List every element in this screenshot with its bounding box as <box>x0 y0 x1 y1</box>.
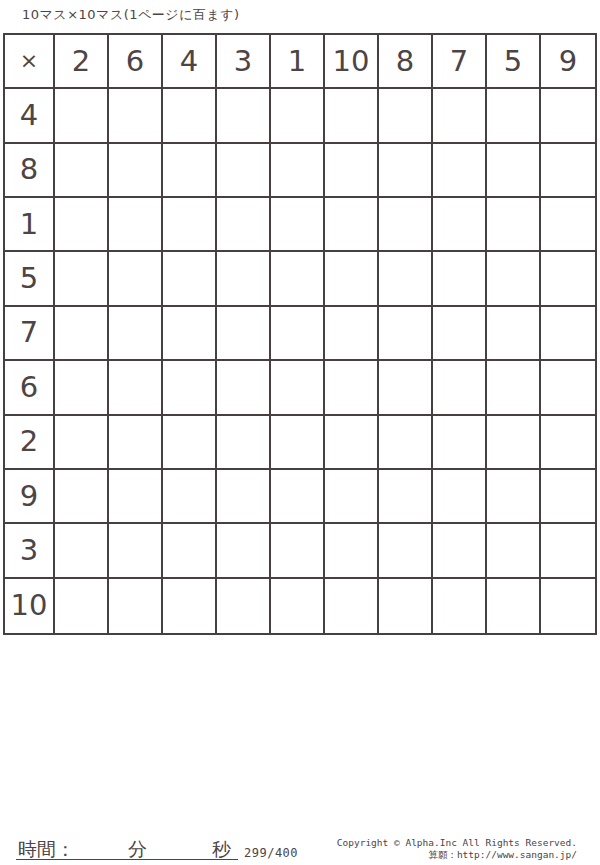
answer-cell-r4-c4[interactable] <box>217 252 271 306</box>
row-header-1: 1 <box>5 198 55 252</box>
answer-cell-r4-c7[interactable] <box>379 252 433 306</box>
answer-cell-r9-c2[interactable] <box>109 524 163 578</box>
col-header-7: 7 <box>433 35 487 89</box>
answer-cell-r6-c2[interactable] <box>109 361 163 415</box>
page-title: 10マス×10マス(1ページに百ます) <box>22 6 240 24</box>
answer-cell-r5-c6[interactable] <box>325 307 379 361</box>
answer-cell-r3-c4[interactable] <box>217 198 271 252</box>
answer-cell-r9-c7[interactable] <box>379 524 433 578</box>
answer-cell-r1-c1[interactable] <box>55 89 109 143</box>
answer-cell-r2-c4[interactable] <box>217 144 271 198</box>
answer-cell-r1-c5[interactable] <box>271 89 325 143</box>
answer-cell-r2-c1[interactable] <box>55 144 109 198</box>
answer-cell-r10-c10[interactable] <box>541 579 595 633</box>
answer-cell-r4-c8[interactable] <box>433 252 487 306</box>
answer-cell-r7-c6[interactable] <box>325 416 379 470</box>
answer-cell-r10-c1[interactable] <box>55 579 109 633</box>
col-header-3: 3 <box>217 35 271 89</box>
answer-cell-r9-c9[interactable] <box>487 524 541 578</box>
row-header-8: 8 <box>5 144 55 198</box>
row-header-2: 2 <box>5 416 55 470</box>
col-header-9: 9 <box>541 35 595 89</box>
answer-cell-r7-c1[interactable] <box>55 416 109 470</box>
col-header-8: 8 <box>379 35 433 89</box>
answer-cell-r5-c2[interactable] <box>109 307 163 361</box>
answer-cell-r1-c7[interactable] <box>379 89 433 143</box>
operator-cell: × <box>5 35 55 89</box>
answer-cell-r5-c5[interactable] <box>271 307 325 361</box>
answer-cell-r1-c10[interactable] <box>541 89 595 143</box>
answer-cell-r1-c9[interactable] <box>487 89 541 143</box>
answer-cell-r5-c10[interactable] <box>541 307 595 361</box>
answer-cell-r6-c8[interactable] <box>433 361 487 415</box>
answer-cell-r8-c5[interactable] <box>271 470 325 524</box>
col-header-2: 2 <box>55 35 109 89</box>
answer-cell-r8-c8[interactable] <box>433 470 487 524</box>
answer-cell-r2-c5[interactable] <box>271 144 325 198</box>
answer-cell-r7-c2[interactable] <box>109 416 163 470</box>
answer-cell-r2-c9[interactable] <box>487 144 541 198</box>
answer-cell-r7-c4[interactable] <box>217 416 271 470</box>
answer-cell-r10-c8[interactable] <box>433 579 487 633</box>
answer-cell-r3-c2[interactable] <box>109 198 163 252</box>
answer-cell-r10-c5[interactable] <box>271 579 325 633</box>
row-header-7: 7 <box>5 307 55 361</box>
answer-cell-r8-c7[interactable] <box>379 470 433 524</box>
answer-cell-r6-c10[interactable] <box>541 361 595 415</box>
seconds-label: 秒 <box>212 837 231 863</box>
answer-cell-r10-c2[interactable] <box>109 579 163 633</box>
answer-cell-r9-c5[interactable] <box>271 524 325 578</box>
answer-cell-r8-c10[interactable] <box>541 470 595 524</box>
answer-cell-r4-c5[interactable] <box>271 252 325 306</box>
answer-cell-r3-c10[interactable] <box>541 198 595 252</box>
copyright-line: Copyright © Alpha.Inc All Rights Reserve… <box>337 837 577 849</box>
answer-cell-r4-c3[interactable] <box>163 252 217 306</box>
answer-cell-r2-c6[interactable] <box>325 144 379 198</box>
answer-cell-r5-c9[interactable] <box>487 307 541 361</box>
minutes-label: 分 <box>128 837 147 863</box>
answer-cell-r3-c6[interactable] <box>325 198 379 252</box>
answer-cell-r10-c6[interactable] <box>325 579 379 633</box>
answer-cell-r8-c3[interactable] <box>163 470 217 524</box>
answer-cell-r4-c2[interactable] <box>109 252 163 306</box>
answer-cell-r8-c4[interactable] <box>217 470 271 524</box>
answer-cell-r6-c6[interactable] <box>325 361 379 415</box>
answer-cell-r2-c7[interactable] <box>379 144 433 198</box>
answer-cell-r2-c10[interactable] <box>541 144 595 198</box>
time-entry-line: 時間： 分 秒 <box>16 836 238 860</box>
answer-cell-r1-c3[interactable] <box>163 89 217 143</box>
multiplication-grid: ×2643110875948157629310 <box>3 33 597 635</box>
row-header-6: 6 <box>5 361 55 415</box>
answer-cell-r3-c9[interactable] <box>487 198 541 252</box>
row-header-4: 4 <box>5 89 55 143</box>
col-header-5: 5 <box>487 35 541 89</box>
answer-cell-r10-c9[interactable] <box>487 579 541 633</box>
answer-cell-r3-c1[interactable] <box>55 198 109 252</box>
answer-cell-r1-c8[interactable] <box>433 89 487 143</box>
answer-cell-r3-c5[interactable] <box>271 198 325 252</box>
answer-cell-r6-c5[interactable] <box>271 361 325 415</box>
answer-cell-r2-c3[interactable] <box>163 144 217 198</box>
answer-cell-r4-c1[interactable] <box>55 252 109 306</box>
answer-cell-r9-c10[interactable] <box>541 524 595 578</box>
answer-cell-r9-c3[interactable] <box>163 524 217 578</box>
row-header-9: 9 <box>5 470 55 524</box>
answer-cell-r4-c10[interactable] <box>541 252 595 306</box>
answer-cell-r10-c7[interactable] <box>379 579 433 633</box>
page-count: 299/400 <box>244 846 298 860</box>
col-header-6: 6 <box>109 35 163 89</box>
answer-cell-r1-c2[interactable] <box>109 89 163 143</box>
answer-cell-r9-c4[interactable] <box>217 524 271 578</box>
copyright-block: Copyright © Alpha.Inc All Rights Reserve… <box>337 837 577 860</box>
answer-cell-r2-c8[interactable] <box>433 144 487 198</box>
answer-cell-r8-c6[interactable] <box>325 470 379 524</box>
answer-cell-r6-c3[interactable] <box>163 361 217 415</box>
answer-cell-r5-c1[interactable] <box>55 307 109 361</box>
answer-cell-r5-c4[interactable] <box>217 307 271 361</box>
answer-cell-r4-c9[interactable] <box>487 252 541 306</box>
answer-cell-r1-c6[interactable] <box>325 89 379 143</box>
answer-cell-r3-c7[interactable] <box>379 198 433 252</box>
answer-cell-r8-c1[interactable] <box>55 470 109 524</box>
answer-cell-r2-c2[interactable] <box>109 144 163 198</box>
row-header-10: 10 <box>5 579 55 633</box>
answer-cell-r7-c9[interactable] <box>487 416 541 470</box>
col-header-1: 1 <box>271 35 325 89</box>
answer-cell-r5-c3[interactable] <box>163 307 217 361</box>
answer-cell-r10-c3[interactable] <box>163 579 217 633</box>
answer-cell-r4-c6[interactable] <box>325 252 379 306</box>
col-header-4: 4 <box>163 35 217 89</box>
answer-cell-r6-c7[interactable] <box>379 361 433 415</box>
answer-cell-r9-c1[interactable] <box>55 524 109 578</box>
time-label: 時間： <box>18 837 75 863</box>
answer-cell-r8-c9[interactable] <box>487 470 541 524</box>
answer-cell-r6-c1[interactable] <box>55 361 109 415</box>
answer-cell-r5-c7[interactable] <box>379 307 433 361</box>
row-header-5: 5 <box>5 252 55 306</box>
col-header-10: 10 <box>325 35 379 89</box>
answer-cell-r8-c2[interactable] <box>109 470 163 524</box>
answer-cell-r7-c3[interactable] <box>163 416 217 470</box>
answer-cell-r5-c8[interactable] <box>433 307 487 361</box>
answer-cell-r3-c3[interactable] <box>163 198 217 252</box>
answer-cell-r7-c8[interactable] <box>433 416 487 470</box>
answer-cell-r6-c4[interactable] <box>217 361 271 415</box>
row-header-3: 3 <box>5 524 55 578</box>
answer-cell-r3-c8[interactable] <box>433 198 487 252</box>
answer-cell-r7-c10[interactable] <box>541 416 595 470</box>
copyright-url-link[interactable]: 算願：http://www.sangan.jp/ <box>337 849 577 861</box>
answer-cell-r6-c9[interactable] <box>487 361 541 415</box>
answer-cell-r7-c5[interactable] <box>271 416 325 470</box>
answer-cell-r9-c6[interactable] <box>325 524 379 578</box>
answer-cell-r7-c7[interactable] <box>379 416 433 470</box>
answer-cell-r10-c4[interactable] <box>217 579 271 633</box>
answer-cell-r1-c4[interactable] <box>217 89 271 143</box>
answer-cell-r9-c8[interactable] <box>433 524 487 578</box>
